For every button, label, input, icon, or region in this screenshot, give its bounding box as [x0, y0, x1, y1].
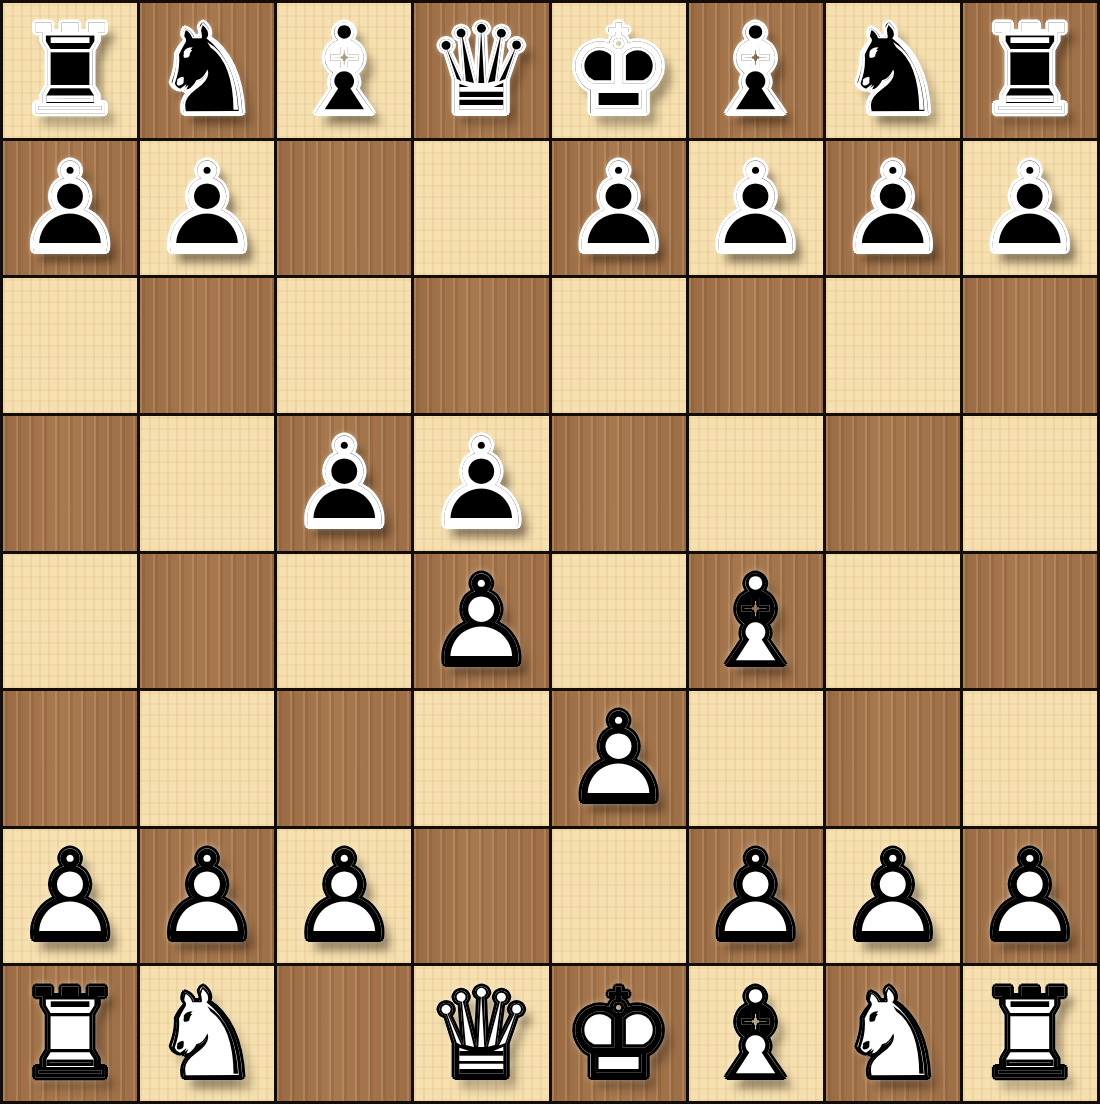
white-pawn-icon: ♟	[552, 691, 686, 826]
black-pawn-icon: ♟	[963, 141, 1097, 276]
white-bishop-icon: ♝	[689, 966, 823, 1101]
black-bishop-detail-icon: ♗	[277, 3, 411, 138]
piece-white-king[interactable]: ♚♔	[552, 966, 686, 1101]
square-b8[interactable]: ♞♘	[140, 3, 274, 138]
square-a4[interactable]	[3, 554, 137, 689]
square-e7[interactable]: ♟♙	[552, 141, 686, 276]
white-pawn-detail-icon: ♙	[552, 691, 686, 826]
black-pawn-detail-icon: ♙	[552, 141, 686, 276]
square-g6[interactable]	[826, 278, 960, 413]
white-pawn-detail-icon: ♙	[3, 829, 137, 964]
white-pawn-icon: ♟	[140, 829, 274, 964]
square-h2[interactable]: ♟♙	[963, 829, 1097, 964]
square-f7[interactable]: ♟♙	[689, 141, 823, 276]
square-h5[interactable]	[963, 416, 1097, 551]
square-d7[interactable]	[414, 141, 548, 276]
square-a1[interactable]: ♜♖	[3, 966, 137, 1101]
black-pawn-detail-icon: ♙	[689, 141, 823, 276]
square-a6[interactable]	[3, 278, 137, 413]
black-rook-detail-icon: ♖	[963, 3, 1097, 138]
square-f6[interactable]	[689, 278, 823, 413]
square-a8[interactable]: ♜♖	[3, 3, 137, 138]
square-h6[interactable]	[963, 278, 1097, 413]
square-g7[interactable]: ♟♙	[826, 141, 960, 276]
square-c2[interactable]: ♟♙	[277, 829, 411, 964]
chess-board: ♜♖♞♘♝♗♛♕♚♔♝♗♞♘♜♖♟♙♟♙♟♙♟♙♟♙♟♙♟♙♟♙♟♙♝♗♟♙♟♙…	[0, 0, 1100, 1104]
black-pawn-icon: ♟	[140, 141, 274, 276]
black-knight-icon: ♞	[826, 3, 960, 138]
piece-black-knight[interactable]: ♞♘	[140, 3, 274, 138]
piece-black-pawn[interactable]: ♟♙	[140, 141, 274, 276]
white-pawn-detail-icon: ♙	[414, 554, 548, 689]
white-rook-detail-icon: ♖	[963, 966, 1097, 1101]
white-queen-detail-icon: ♕	[414, 966, 548, 1101]
white-king-icon: ♚	[552, 966, 686, 1101]
piece-black-pawn[interactable]: ♟♙	[689, 141, 823, 276]
square-h4[interactable]	[963, 554, 1097, 689]
white-pawn-detail-icon: ♙	[963, 829, 1097, 964]
piece-black-queen[interactable]: ♛♕	[414, 3, 548, 138]
square-c8[interactable]: ♝♗	[277, 3, 411, 138]
black-queen-detail-icon: ♕	[414, 3, 548, 138]
piece-white-pawn[interactable]: ♟♙	[277, 829, 411, 964]
white-bishop-detail-icon: ♗	[689, 554, 823, 689]
white-rook-icon: ♜	[3, 966, 137, 1101]
square-b1[interactable]: ♞♘	[140, 966, 274, 1101]
piece-black-pawn[interactable]: ♟♙	[277, 416, 411, 551]
black-pawn-icon: ♟	[826, 141, 960, 276]
piece-white-pawn[interactable]: ♟♙	[140, 829, 274, 964]
piece-white-pawn[interactable]: ♟♙	[552, 691, 686, 826]
square-b3[interactable]	[140, 691, 274, 826]
white-pawn-icon: ♟	[277, 829, 411, 964]
white-pawn-icon: ♟	[689, 829, 823, 964]
square-h3[interactable]	[963, 691, 1097, 826]
black-pawn-detail-icon: ♙	[277, 416, 411, 551]
piece-black-king[interactable]: ♚♔	[552, 3, 686, 138]
black-knight-icon: ♞	[140, 3, 274, 138]
piece-white-pawn[interactable]: ♟♙	[3, 829, 137, 964]
black-queen-icon: ♛	[414, 3, 548, 138]
piece-black-pawn[interactable]: ♟♙	[552, 141, 686, 276]
square-g3[interactable]	[826, 691, 960, 826]
square-f3[interactable]	[689, 691, 823, 826]
piece-white-queen[interactable]: ♛♕	[414, 966, 548, 1101]
square-h1[interactable]: ♜♖	[963, 966, 1097, 1101]
square-b5[interactable]	[140, 416, 274, 551]
black-rook-detail-icon: ♖	[3, 3, 137, 138]
piece-black-pawn[interactable]: ♟♙	[963, 141, 1097, 276]
piece-white-knight[interactable]: ♞♘	[140, 966, 274, 1101]
square-a3[interactable]	[3, 691, 137, 826]
square-d2[interactable]	[414, 829, 548, 964]
square-g5[interactable]	[826, 416, 960, 551]
black-pawn-detail-icon: ♙	[3, 141, 137, 276]
square-a5[interactable]	[3, 416, 137, 551]
square-e6[interactable]	[552, 278, 686, 413]
square-d1[interactable]: ♛♕	[414, 966, 548, 1101]
black-king-detail-icon: ♔	[552, 3, 686, 138]
white-knight-detail-icon: ♘	[826, 966, 960, 1101]
black-pawn-detail-icon: ♙	[963, 141, 1097, 276]
white-pawn-icon: ♟	[3, 829, 137, 964]
square-f5[interactable]	[689, 416, 823, 551]
square-e1[interactable]: ♚♔	[552, 966, 686, 1101]
square-g8[interactable]: ♞♘	[826, 3, 960, 138]
square-e2[interactable]	[552, 829, 686, 964]
white-knight-icon: ♞	[826, 966, 960, 1101]
piece-black-bishop[interactable]: ♝♗	[689, 3, 823, 138]
black-knight-detail-icon: ♘	[140, 3, 274, 138]
square-c6[interactable]	[277, 278, 411, 413]
square-e3[interactable]: ♟♙	[552, 691, 686, 826]
piece-white-rook[interactable]: ♜♖	[963, 966, 1097, 1101]
black-bishop-icon: ♝	[689, 3, 823, 138]
square-g4[interactable]	[826, 554, 960, 689]
piece-white-pawn[interactable]: ♟♙	[826, 829, 960, 964]
piece-white-pawn[interactable]: ♟♙	[414, 554, 548, 689]
white-bishop-detail-icon: ♗	[689, 966, 823, 1101]
black-bishop-detail-icon: ♗	[689, 3, 823, 138]
white-rook-icon: ♜	[963, 966, 1097, 1101]
white-bishop-icon: ♝	[689, 554, 823, 689]
square-d5[interactable]: ♟♙	[414, 416, 548, 551]
piece-white-pawn[interactable]: ♟♙	[963, 829, 1097, 964]
white-queen-icon: ♛	[414, 966, 548, 1101]
white-pawn-detail-icon: ♙	[689, 829, 823, 964]
white-pawn-detail-icon: ♙	[140, 829, 274, 964]
square-e4[interactable]	[552, 554, 686, 689]
square-d4[interactable]: ♟♙	[414, 554, 548, 689]
square-h8[interactable]: ♜♖	[963, 3, 1097, 138]
piece-white-knight[interactable]: ♞♘	[826, 966, 960, 1101]
piece-black-bishop[interactable]: ♝♗	[277, 3, 411, 138]
piece-black-pawn[interactable]: ♟♙	[3, 141, 137, 276]
square-e5[interactable]	[552, 416, 686, 551]
square-d8[interactable]: ♛♕	[414, 3, 548, 138]
square-d6[interactable]	[414, 278, 548, 413]
piece-white-bishop[interactable]: ♝♗	[689, 554, 823, 689]
square-h7[interactable]: ♟♙	[963, 141, 1097, 276]
black-king-icon: ♚	[552, 3, 686, 138]
white-king-detail-icon: ♔	[552, 966, 686, 1101]
piece-white-pawn[interactable]: ♟♙	[689, 829, 823, 964]
piece-white-rook[interactable]: ♜♖	[3, 966, 137, 1101]
black-pawn-detail-icon: ♙	[826, 141, 960, 276]
square-b6[interactable]	[140, 278, 274, 413]
piece-black-pawn[interactable]: ♟♙	[414, 416, 548, 551]
square-a7[interactable]: ♟♙	[3, 141, 137, 276]
black-pawn-icon: ♟	[277, 416, 411, 551]
piece-black-pawn[interactable]: ♟♙	[826, 141, 960, 276]
square-d3[interactable]	[414, 691, 548, 826]
piece-white-bishop[interactable]: ♝♗	[689, 966, 823, 1101]
white-pawn-icon: ♟	[826, 829, 960, 964]
piece-black-rook[interactable]: ♜♖	[3, 3, 137, 138]
black-bishop-icon: ♝	[277, 3, 411, 138]
black-knight-detail-icon: ♘	[826, 3, 960, 138]
black-rook-icon: ♜	[963, 3, 1097, 138]
square-b2[interactable]: ♟♙	[140, 829, 274, 964]
black-pawn-detail-icon: ♙	[140, 141, 274, 276]
square-c4[interactable]	[277, 554, 411, 689]
white-rook-detail-icon: ♖	[3, 966, 137, 1101]
square-g1[interactable]: ♞♘	[826, 966, 960, 1101]
square-c5[interactable]: ♟♙	[277, 416, 411, 551]
white-pawn-detail-icon: ♙	[277, 829, 411, 964]
square-g2[interactable]: ♟♙	[826, 829, 960, 964]
square-b4[interactable]	[140, 554, 274, 689]
black-pawn-detail-icon: ♙	[414, 416, 548, 551]
square-b7[interactable]: ♟♙	[140, 141, 274, 276]
black-pawn-icon: ♟	[552, 141, 686, 276]
white-pawn-detail-icon: ♙	[826, 829, 960, 964]
black-pawn-icon: ♟	[3, 141, 137, 276]
square-a2[interactable]: ♟♙	[3, 829, 137, 964]
black-rook-icon: ♜	[3, 3, 137, 138]
white-pawn-icon: ♟	[414, 554, 548, 689]
white-knight-detail-icon: ♘	[140, 966, 274, 1101]
square-c7[interactable]	[277, 141, 411, 276]
square-f8[interactable]: ♝♗	[689, 3, 823, 138]
white-pawn-icon: ♟	[963, 829, 1097, 964]
square-c1[interactable]	[277, 966, 411, 1101]
square-f4[interactable]: ♝♗	[689, 554, 823, 689]
black-pawn-icon: ♟	[689, 141, 823, 276]
black-pawn-icon: ♟	[414, 416, 548, 551]
piece-black-knight[interactable]: ♞♘	[826, 3, 960, 138]
square-c3[interactable]	[277, 691, 411, 826]
square-f1[interactable]: ♝♗	[689, 966, 823, 1101]
square-e8[interactable]: ♚♔	[552, 3, 686, 138]
piece-black-rook[interactable]: ♜♖	[963, 3, 1097, 138]
square-f2[interactable]: ♟♙	[689, 829, 823, 964]
white-knight-icon: ♞	[140, 966, 274, 1101]
